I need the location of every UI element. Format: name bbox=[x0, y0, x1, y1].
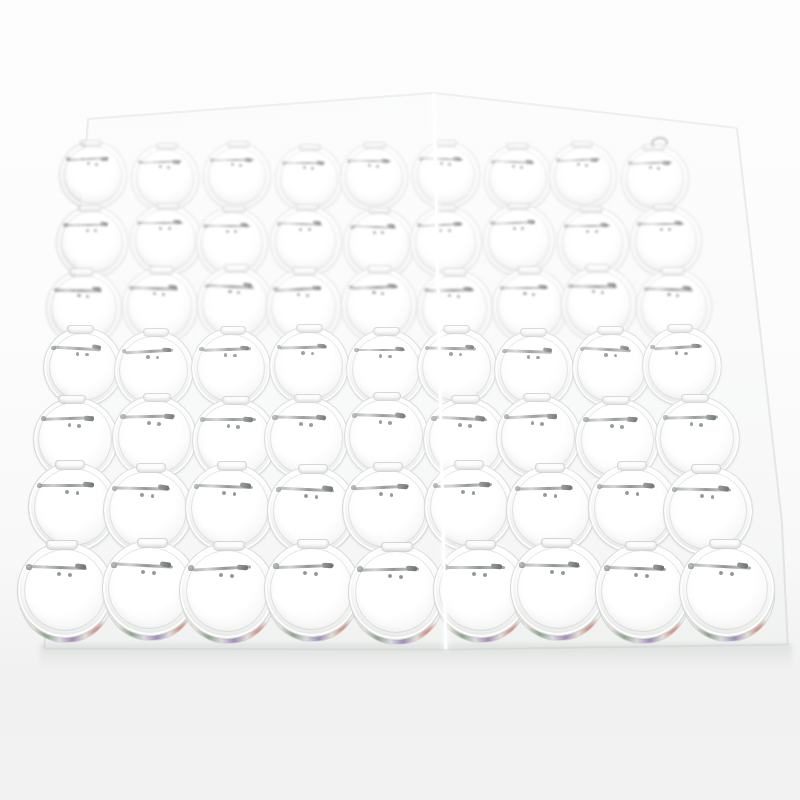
printed-button-under-edge bbox=[266, 548, 359, 641]
safety-pin-bar bbox=[422, 157, 463, 161]
pin-rivet-dot bbox=[449, 352, 452, 355]
pin-rivet-dot bbox=[226, 230, 229, 233]
button-rim bbox=[273, 472, 350, 549]
safety-pin-bar bbox=[198, 484, 253, 489]
safety-pin-coil bbox=[137, 221, 141, 225]
safety-pin-bar bbox=[420, 223, 463, 228]
safety-pin-coil bbox=[277, 222, 281, 226]
pin-mount-tab bbox=[368, 207, 392, 215]
pin-button bbox=[636, 269, 712, 345]
pin-rivet-dot bbox=[448, 229, 451, 232]
pin-rivet-dot bbox=[554, 494, 558, 498]
safety-pin-bar bbox=[631, 161, 672, 165]
safety-pin-coil bbox=[672, 487, 677, 492]
pin-button bbox=[185, 463, 275, 553]
safety-pin-coil bbox=[54, 288, 59, 293]
pin-button bbox=[275, 145, 343, 213]
pin-mount-tab bbox=[373, 392, 401, 401]
safety-pin-bar bbox=[504, 349, 552, 353]
safety-pin-clasp bbox=[706, 414, 716, 420]
plastic-bag bbox=[0, 0, 800, 800]
pin-button bbox=[341, 267, 417, 343]
pin-mount-tab bbox=[46, 540, 78, 550]
pin-mount-tab bbox=[507, 203, 531, 211]
safety-pin-coil bbox=[210, 158, 214, 162]
pin-button bbox=[496, 395, 581, 480]
pin-rivet-dot bbox=[532, 293, 535, 296]
pin-mount-tab bbox=[523, 393, 551, 402]
pin-mount-tab bbox=[517, 266, 542, 274]
pin-button bbox=[103, 465, 193, 555]
pin-rivet-dot bbox=[625, 491, 629, 495]
button-rim bbox=[686, 548, 769, 631]
safety-pin-coil bbox=[583, 417, 588, 422]
button-rim bbox=[127, 273, 192, 338]
pin-mount-tab bbox=[454, 460, 484, 470]
pin-rivet-dot bbox=[604, 353, 607, 356]
button-rim bbox=[274, 332, 343, 401]
pin-rivet-dot bbox=[224, 353, 227, 356]
safety-pin-bar bbox=[493, 160, 534, 165]
pin-mount-tab bbox=[78, 205, 102, 213]
pin-mount-tab bbox=[660, 267, 685, 275]
button-rim bbox=[119, 336, 188, 405]
bag-bottom-shadow bbox=[40, 644, 792, 668]
pin-rivet-dot bbox=[159, 227, 162, 230]
safety-pin-coil bbox=[111, 562, 117, 568]
button-rim bbox=[197, 334, 266, 403]
pin-button bbox=[59, 141, 127, 209]
pin-button bbox=[28, 462, 118, 552]
safety-pin-coil bbox=[431, 416, 436, 421]
pin-button bbox=[588, 463, 678, 553]
safety-pin-clasp bbox=[75, 563, 87, 570]
pin-rivet-dot bbox=[388, 421, 392, 425]
pin-rivet-dot bbox=[309, 423, 313, 427]
safety-pin-bar bbox=[279, 487, 334, 493]
pin-button bbox=[203, 142, 271, 210]
safety-pin-coil bbox=[568, 284, 573, 289]
button-rim bbox=[208, 147, 266, 205]
safety-pin-clasp bbox=[568, 561, 580, 568]
safety-pin-coil bbox=[424, 288, 429, 293]
pin-mount-tab bbox=[571, 141, 593, 148]
safety-pin-clasp bbox=[91, 344, 101, 350]
safety-pin-clasp bbox=[321, 486, 332, 493]
pin-rivet-dot bbox=[151, 494, 155, 498]
button-rim bbox=[24, 549, 107, 632]
pin-button bbox=[131, 144, 199, 212]
pin-rivet-dot bbox=[234, 230, 237, 233]
safety-pin-coil bbox=[63, 223, 67, 227]
pin-rivet-dot bbox=[236, 425, 240, 429]
safety-pin-clasp bbox=[167, 285, 176, 290]
pin-rivet-dot bbox=[381, 292, 384, 295]
printed-button-under-edge bbox=[181, 550, 274, 643]
pin-button bbox=[642, 326, 722, 406]
button-rim bbox=[352, 335, 421, 404]
pin-rivet-dot bbox=[372, 291, 375, 294]
pin-rivet-dot bbox=[684, 352, 687, 355]
safety-pin-bar bbox=[567, 224, 610, 227]
pin-rivet-dot bbox=[676, 294, 679, 297]
safety-pin-bar bbox=[587, 418, 639, 423]
safety-pin-bar bbox=[43, 417, 95, 422]
safety-pin-coil bbox=[491, 160, 495, 164]
printed-button-under-edge bbox=[512, 547, 605, 640]
safety-pin-bar bbox=[447, 566, 505, 569]
pin-rivet-dot bbox=[461, 490, 465, 494]
printed-button-under-edge bbox=[435, 549, 528, 642]
pin-rivet-dot bbox=[610, 424, 614, 428]
pin-rivet-dot bbox=[601, 291, 604, 294]
pin-button bbox=[179, 543, 275, 639]
safety-pin-clasp bbox=[560, 485, 571, 491]
pin-rivet-dot bbox=[459, 353, 462, 356]
pin-mount-tab bbox=[222, 206, 246, 214]
safety-pin-coil bbox=[203, 224, 207, 228]
pin-button bbox=[340, 143, 408, 211]
pin-mount-tab bbox=[625, 541, 657, 551]
button-rim bbox=[64, 146, 122, 204]
pin-rivet-dot bbox=[299, 422, 303, 426]
printed-button-under-edge bbox=[681, 548, 774, 641]
button-rim bbox=[191, 469, 268, 546]
safety-pin-coil bbox=[51, 346, 56, 351]
pin-rivet-dot bbox=[711, 495, 715, 499]
pin-mount-tab bbox=[156, 143, 178, 150]
pin-button bbox=[266, 269, 342, 345]
pin-button bbox=[197, 266, 273, 342]
button-rim bbox=[422, 333, 491, 402]
safety-pin-clasp bbox=[244, 157, 252, 161]
safety-pin-clasp bbox=[82, 482, 93, 488]
pin-rivet-dot bbox=[314, 572, 318, 576]
pin-button bbox=[46, 270, 122, 346]
pin-rivet-dot bbox=[77, 294, 80, 297]
pin-mount-tab bbox=[520, 328, 547, 337]
bag-edge bbox=[88, 92, 434, 120]
pin-rivet-dot bbox=[68, 423, 72, 427]
pin-rivet-dot bbox=[299, 228, 302, 231]
pin-rivet-dot bbox=[585, 164, 588, 167]
safety-pin-clasp bbox=[682, 286, 691, 291]
pin-rivet-dot bbox=[146, 355, 149, 358]
safety-pin-clasp bbox=[737, 562, 749, 569]
pin-button bbox=[492, 268, 568, 344]
pin-rivet-dot bbox=[645, 574, 649, 578]
pin-rivet-dot bbox=[301, 351, 304, 354]
button-rim bbox=[38, 402, 111, 475]
pin-mount-tab bbox=[451, 395, 479, 404]
pin-rivet-dot bbox=[390, 493, 394, 497]
button-rim bbox=[500, 336, 569, 405]
safety-pin-coil bbox=[122, 349, 127, 354]
pin-button bbox=[655, 396, 740, 481]
pin-rivet-dot bbox=[699, 423, 703, 427]
pin-button bbox=[17, 542, 113, 638]
pin-rivet-dot bbox=[94, 229, 97, 232]
pin-rivet-dot bbox=[512, 165, 515, 168]
safety-pin-coil bbox=[194, 484, 199, 489]
safety-pin-clasp bbox=[316, 160, 324, 165]
safety-pin-clasp bbox=[315, 414, 325, 420]
button-rim bbox=[497, 273, 562, 338]
bag-edge bbox=[65, 119, 89, 401]
button-rim bbox=[186, 550, 269, 633]
pin-mount-tab bbox=[299, 144, 321, 151]
safety-pin-coil bbox=[351, 485, 356, 490]
pin-rivet-dot bbox=[233, 354, 236, 357]
pin-rivet-dot bbox=[668, 228, 671, 231]
pin-mount-tab bbox=[642, 144, 664, 151]
safety-pin-clasp bbox=[547, 413, 557, 418]
pin-mount-tab bbox=[149, 266, 174, 274]
pin-rivet-dot bbox=[311, 167, 314, 170]
pin-button bbox=[191, 328, 271, 408]
pin-rivet-dot bbox=[592, 290, 595, 293]
safety-pin-bar bbox=[608, 566, 666, 571]
pin-mount-tab bbox=[294, 394, 322, 403]
pin-button bbox=[595, 543, 691, 639]
safety-pin-clasp bbox=[100, 156, 108, 160]
pin-mount-tab bbox=[442, 268, 467, 276]
button-rim bbox=[439, 549, 522, 632]
safety-pin-clasp bbox=[243, 283, 252, 289]
safety-pin-clasp bbox=[162, 348, 172, 353]
safety-pin-coil bbox=[500, 286, 505, 291]
safety-pin-bar bbox=[125, 348, 173, 353]
pin-rivet-dot bbox=[527, 355, 530, 358]
safety-pin-coil bbox=[644, 287, 649, 292]
pin-rivet-dot bbox=[152, 571, 156, 575]
pin-button bbox=[267, 466, 357, 556]
bag-haze-overlay bbox=[0, 0, 800, 800]
pin-button bbox=[630, 205, 702, 277]
safety-pin-coil bbox=[112, 486, 117, 491]
pin-mount-tab bbox=[143, 393, 171, 402]
pin-rivet-dot bbox=[690, 422, 694, 426]
safety-pin-coil bbox=[276, 487, 281, 492]
button-rim bbox=[271, 274, 336, 339]
pin-button bbox=[196, 207, 268, 279]
button-rim bbox=[429, 402, 502, 475]
safety-pin-clasp bbox=[322, 562, 334, 568]
safety-pin-coil bbox=[200, 417, 205, 422]
pin-mount-tab bbox=[381, 542, 413, 552]
button-rim bbox=[136, 149, 194, 207]
button-rim bbox=[201, 212, 263, 274]
button-rim bbox=[275, 210, 337, 272]
pin-rivet-dot bbox=[577, 163, 580, 166]
pin-rivet-dot bbox=[222, 491, 226, 495]
safety-pin-bar bbox=[654, 344, 702, 349]
button-rim bbox=[626, 150, 684, 208]
button-rim bbox=[601, 550, 684, 633]
safety-pin-coil bbox=[188, 565, 194, 571]
safety-pin-coil bbox=[564, 224, 568, 228]
safety-pin-bar bbox=[276, 564, 334, 569]
safety-pin-bar bbox=[204, 418, 255, 421]
pin-rivet-dot bbox=[448, 163, 451, 166]
pin-mount-tab bbox=[58, 395, 86, 404]
safety-pin-clasp bbox=[237, 564, 249, 570]
pin-rivet-dot bbox=[440, 162, 443, 165]
pin-rivet-dot bbox=[636, 492, 640, 496]
safety-pin-clasp bbox=[525, 159, 533, 164]
pin-rivet-dot bbox=[239, 164, 242, 167]
pin-mount-tab bbox=[597, 326, 624, 335]
pin-rivet-dot bbox=[376, 165, 379, 168]
safety-pin-clasp bbox=[239, 483, 250, 489]
pin-rivet-dot bbox=[303, 166, 306, 169]
safety-pin-coil bbox=[350, 225, 354, 229]
pin-rivet-dot bbox=[561, 571, 565, 575]
button-rim bbox=[197, 403, 270, 476]
pin-rivet-dot bbox=[531, 421, 535, 425]
pin-mount-tab bbox=[217, 461, 247, 471]
pin-rivet-dot bbox=[543, 493, 547, 497]
safety-pin-bar bbox=[65, 223, 108, 226]
pin-rivet-dot bbox=[458, 423, 462, 427]
pin-mount-tab bbox=[227, 141, 249, 148]
safety-pin-bar bbox=[667, 416, 718, 420]
pin-mount-tab bbox=[667, 324, 694, 333]
safety-pin-coil bbox=[419, 157, 423, 161]
safety-pin-bar bbox=[357, 349, 405, 352]
pin-rivet-dot bbox=[523, 292, 526, 295]
button-rim bbox=[355, 551, 438, 634]
safety-pin-clasp bbox=[690, 344, 700, 349]
pin-rivet-dot bbox=[95, 163, 98, 166]
pin-rivet-dot bbox=[457, 295, 460, 298]
pin-button bbox=[549, 142, 617, 210]
pin-rivet-dot bbox=[399, 575, 403, 579]
pin-rivet-dot bbox=[550, 570, 554, 574]
safety-pin-clasp bbox=[642, 483, 653, 489]
pin-mount-tab bbox=[535, 463, 565, 473]
pin-rivet-dot bbox=[660, 228, 663, 231]
safety-pin-bar bbox=[193, 565, 251, 571]
safety-pin-coil bbox=[37, 483, 42, 488]
pin-rivet-dot bbox=[219, 573, 223, 577]
safety-pin-coil bbox=[504, 414, 509, 419]
button-rim bbox=[648, 332, 717, 401]
safety-pin-bar bbox=[676, 488, 731, 492]
pin-mount-tab bbox=[69, 268, 94, 276]
safety-pin-bar bbox=[203, 347, 251, 351]
bag-edge bbox=[434, 92, 737, 129]
pin-button bbox=[33, 397, 118, 482]
safety-pin-clasp bbox=[163, 413, 173, 419]
pin-rivet-dot bbox=[231, 163, 234, 166]
safety-pin-coil bbox=[282, 161, 286, 165]
safety-pin-bar bbox=[353, 225, 396, 230]
safety-pin-bar bbox=[641, 223, 684, 225]
pin-rivet-dot bbox=[157, 422, 161, 426]
pin-rivet-dot bbox=[439, 229, 442, 232]
pin-rivet-dot bbox=[230, 574, 234, 578]
pin-mount-tab bbox=[506, 143, 528, 150]
pin-mount-tab bbox=[434, 205, 458, 213]
safety-pin-coil bbox=[273, 287, 278, 292]
bag-edge bbox=[445, 644, 788, 651]
button-rim bbox=[641, 274, 706, 339]
pin-rivet-dot bbox=[381, 231, 384, 234]
button-rim bbox=[577, 334, 646, 403]
safety-pin-coil bbox=[490, 221, 494, 225]
safety-pin-bar bbox=[275, 416, 326, 420]
button-rim bbox=[669, 472, 746, 549]
safety-pin-bar bbox=[571, 284, 617, 287]
pin-mount-tab bbox=[143, 328, 170, 337]
pin-button bbox=[663, 466, 753, 556]
pin-mount-tab bbox=[296, 324, 323, 333]
bag-edge bbox=[781, 521, 789, 645]
pin-button bbox=[192, 398, 277, 483]
safety-pin-bar bbox=[124, 415, 175, 419]
pin-mount-tab bbox=[373, 462, 403, 472]
pin-rivet-dot bbox=[297, 293, 300, 296]
safety-pin-clasp bbox=[662, 160, 670, 164]
button-rim bbox=[118, 400, 191, 473]
safety-pin-coil bbox=[417, 223, 421, 227]
pin-mount-tab bbox=[222, 396, 250, 405]
safety-pin-bar bbox=[140, 222, 183, 224]
pin-rivet-dot bbox=[141, 570, 145, 574]
pin-button bbox=[264, 541, 360, 637]
pin-rivet-dot bbox=[308, 228, 311, 231]
pin-mount-tab bbox=[579, 206, 603, 214]
safety-pin-coil bbox=[357, 566, 363, 572]
pin-rivet-dot bbox=[483, 573, 487, 577]
safety-pin-bar bbox=[428, 346, 476, 350]
pin-mount-tab bbox=[220, 326, 247, 335]
safety-pin-clasp bbox=[173, 220, 182, 225]
safety-pin-bar bbox=[600, 485, 655, 488]
pin-rivet-dot bbox=[87, 162, 90, 165]
bag-edge bbox=[43, 401, 67, 649]
pin-button bbox=[621, 145, 689, 213]
pin-rivet-dot bbox=[649, 166, 652, 169]
pin-mount-tab bbox=[435, 140, 457, 147]
pin-rivet-dot bbox=[657, 167, 660, 170]
safety-pin-clasp bbox=[620, 345, 630, 351]
pin-mount-tab bbox=[292, 267, 317, 275]
safety-pin-coil bbox=[650, 345, 655, 350]
pin-button bbox=[423, 397, 508, 482]
bag-seam-glow bbox=[431, 95, 449, 651]
safety-pin-bar bbox=[361, 567, 419, 571]
pin-rivet-dot bbox=[730, 572, 734, 576]
printed-button-under-edge bbox=[19, 549, 112, 642]
pin-rivet-dot bbox=[586, 230, 589, 233]
pin-button bbox=[114, 330, 194, 410]
safety-pin-bar bbox=[436, 416, 488, 422]
pin-button bbox=[112, 395, 197, 480]
pin-button bbox=[433, 542, 529, 638]
safety-pin-bar bbox=[583, 346, 631, 351]
bag-edge bbox=[736, 128, 783, 521]
pin-mount-tab bbox=[602, 396, 630, 405]
safety-pin-coil bbox=[129, 286, 134, 291]
button-rim bbox=[135, 209, 197, 271]
pin-rivet-dot bbox=[228, 290, 231, 293]
button-rim bbox=[422, 275, 487, 340]
pin-rivet-dot bbox=[153, 292, 156, 295]
button-rim bbox=[270, 548, 353, 631]
pin-mount-tab bbox=[137, 538, 169, 548]
